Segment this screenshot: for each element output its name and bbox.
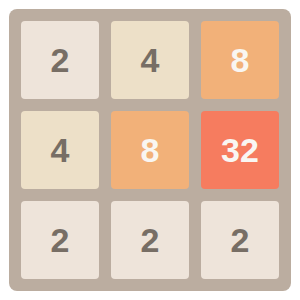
tile-4: 4 — [111, 21, 189, 99]
tile-32: 32 — [201, 111, 279, 189]
tile-4: 4 — [21, 111, 99, 189]
tile-2: 2 — [21, 201, 99, 279]
tile-2: 2 — [111, 201, 189, 279]
game-stage: 2484832222 — [0, 0, 300, 300]
tile-8: 8 — [111, 111, 189, 189]
tile-2: 2 — [21, 21, 99, 99]
tile-2: 2 — [201, 201, 279, 279]
board-grid[interactable]: 2484832222 — [9, 9, 291, 291]
tile-8: 8 — [201, 21, 279, 99]
